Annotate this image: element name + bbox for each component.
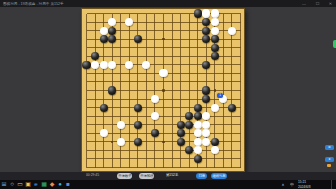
grid-line xyxy=(87,116,241,117)
close-icon[interactable]: ✕ xyxy=(329,2,332,6)
black-stone xyxy=(194,155,202,163)
task-view-icon[interactable]: ▭ xyxy=(16,180,24,189)
game-control-bar: 00:29:45 申请数子 申请和棋 第152手 同意 继续对局 xyxy=(0,172,336,180)
grid-line xyxy=(189,14,190,168)
white-stone xyxy=(151,112,159,120)
store-icon[interactable]: ▦ xyxy=(40,180,48,189)
black-stone xyxy=(211,44,219,52)
star-icon: ★ xyxy=(328,159,331,161)
black-stone xyxy=(194,9,202,17)
black-stone xyxy=(100,104,108,112)
start-button-icon[interactable]: ⊞ xyxy=(0,180,8,189)
grid-line xyxy=(172,14,173,168)
black-stone xyxy=(185,121,193,129)
star-point xyxy=(214,89,216,91)
white-stone xyxy=(211,104,219,112)
white-stone xyxy=(194,129,202,137)
white-stone xyxy=(202,121,210,129)
mail-icon: ✉ xyxy=(328,147,330,149)
favorite-badge[interactable]: ★ xyxy=(325,157,334,162)
white-stone xyxy=(117,121,125,129)
window-title: 围棋对局 - 19路棋盘 - 对局中 第152手 xyxy=(3,1,64,6)
black-stone xyxy=(202,27,210,35)
app-orange-icon[interactable]: ◆ xyxy=(48,180,56,189)
grid-line xyxy=(223,14,224,168)
grid-line xyxy=(240,14,241,168)
black-stone xyxy=(134,138,142,146)
white-stone xyxy=(202,129,210,137)
white-stone xyxy=(108,18,116,26)
black-stone xyxy=(82,61,90,69)
edge-browser-icon[interactable]: e xyxy=(32,180,40,189)
black-stone xyxy=(108,35,116,43)
white-stone xyxy=(100,61,108,69)
black-stone xyxy=(134,104,142,112)
black-stone xyxy=(185,146,193,154)
tray-expand-icon[interactable]: ∧ xyxy=(281,182,284,187)
ime-indicator-icon[interactable]: 中 xyxy=(290,182,294,187)
minimize-icon[interactable]: — xyxy=(302,2,306,6)
move-number-text: 第152手 xyxy=(166,173,178,178)
black-stone xyxy=(202,95,210,103)
black-stone xyxy=(108,27,116,35)
white-stone xyxy=(202,138,210,146)
black-stone xyxy=(91,52,99,60)
black-stone xyxy=(202,35,210,43)
black-stone xyxy=(211,52,219,60)
black-stone xyxy=(177,138,185,146)
black-stone xyxy=(177,121,185,129)
show-desktop-button[interactable] xyxy=(331,180,334,189)
black-stone xyxy=(185,112,193,120)
white-stone xyxy=(194,138,202,146)
taskbar-clock[interactable]: 15:21 2024/6/8 xyxy=(298,180,329,189)
white-stone xyxy=(100,129,108,137)
white-stone xyxy=(228,27,236,35)
black-stone xyxy=(211,138,219,146)
white-stone xyxy=(211,146,219,154)
chat-badge[interactable]: ✉ xyxy=(325,145,334,150)
black-stone xyxy=(202,86,210,94)
taskbar: ⊞ ○▭▣e▦◆●■ ∧ 中 15:21 2024/6/8 xyxy=(0,180,336,189)
alert-dot xyxy=(327,164,331,167)
search-icon[interactable]: ○ xyxy=(8,180,16,189)
black-stone xyxy=(228,104,236,112)
black-stone xyxy=(202,61,210,69)
grid-line xyxy=(87,124,241,125)
continue-game-button[interactable]: 继续对局 xyxy=(211,173,227,179)
star-point xyxy=(162,141,164,143)
black-stone xyxy=(100,35,108,43)
white-stone xyxy=(211,27,219,35)
clock-time: 15:21 xyxy=(298,181,310,183)
desktop-screen: 围棋对局 - 19路棋盘 - 对局中 第152手 — ☐ ✕ 1 ✉ ★ 00:… xyxy=(0,0,336,189)
offer-draw-button[interactable]: 申请和棋 xyxy=(139,173,154,179)
white-stone xyxy=(194,146,202,154)
black-stone xyxy=(202,18,210,26)
app-teal-icon[interactable]: ● xyxy=(56,180,64,189)
file-explorer-icon[interactable]: ▣ xyxy=(24,180,32,189)
white-stone xyxy=(125,61,133,69)
white-stone xyxy=(202,112,210,120)
white-stone xyxy=(202,9,210,17)
black-stone xyxy=(194,104,202,112)
grid-line xyxy=(87,133,241,134)
star-point xyxy=(111,141,113,143)
count-score-button[interactable]: 申请数子 xyxy=(117,173,132,179)
white-stone xyxy=(211,18,219,26)
black-stone xyxy=(177,129,185,137)
white-stone xyxy=(194,121,202,129)
star-point xyxy=(162,89,164,91)
grid-line xyxy=(87,158,241,159)
black-stone xyxy=(151,129,159,137)
black-stone xyxy=(108,86,116,94)
window-titlebar: 围棋对局 - 19路棋盘 - 对局中 第152手 — ☐ ✕ xyxy=(0,0,336,7)
app-blue-icon[interactable]: ■ xyxy=(64,180,72,189)
go-board[interactable]: 1 xyxy=(81,8,245,172)
clock-status-text: 00:29:45 xyxy=(86,173,99,177)
white-stone xyxy=(159,69,167,77)
maximize-icon[interactable]: ☐ xyxy=(316,2,320,6)
white-stone xyxy=(211,9,219,17)
agree-button[interactable]: 同意 xyxy=(196,173,207,179)
white-stone xyxy=(100,27,108,35)
black-stone xyxy=(211,35,219,43)
white-stone xyxy=(117,138,125,146)
clock-date: 2024/6/8 xyxy=(298,186,310,188)
black-stone xyxy=(194,112,202,120)
grid-line xyxy=(87,167,241,168)
grid-line xyxy=(87,99,241,100)
last-move-marker: 1 xyxy=(217,93,222,98)
black-stone xyxy=(134,121,142,129)
white-stone xyxy=(91,61,99,69)
white-stone xyxy=(142,61,150,69)
star-point xyxy=(162,38,164,40)
system-tray: ∧ 中 15:21 2024/6/8 xyxy=(280,180,334,189)
black-stone xyxy=(134,35,142,43)
window-controls: — ☐ ✕ xyxy=(300,0,334,7)
white-stone xyxy=(108,61,116,69)
white-stone xyxy=(151,95,159,103)
white-stone xyxy=(125,18,133,26)
grid-line xyxy=(231,14,232,168)
